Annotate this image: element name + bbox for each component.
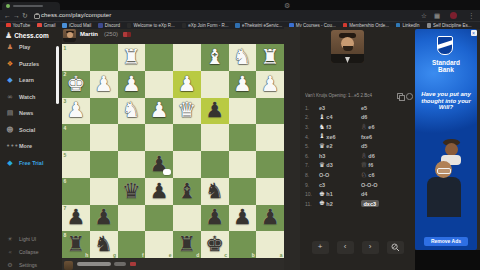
- square-e3[interactable]: ♟: [145, 98, 173, 125]
- move-half[interactable]: ♝e6: [361, 124, 403, 131]
- move-row: 6.h3♝d6: [300, 151, 415, 161]
- diamond-icon: ◆: [6, 159, 14, 167]
- bookmark-favicon: [427, 23, 432, 28]
- black-bishop-move-icon: ♝: [361, 153, 367, 160]
- move-half[interactable]: h3: [319, 153, 361, 159]
- white-bishop-piece[interactable]: ♝: [201, 44, 229, 71]
- magnifier-button[interactable]: [387, 241, 404, 254]
- move-half[interactable]: fxe6: [361, 134, 403, 140]
- puzzle-icon: ❖: [6, 60, 14, 68]
- black-bishop-move-icon: ♝: [361, 124, 367, 131]
- sidebar-item-free-trial[interactable]: ◆ Free Trial: [6, 159, 43, 167]
- move-half[interactable]: d4: [361, 191, 403, 197]
- move-row: 10.♚h1d4: [300, 189, 415, 199]
- player-name: [77, 262, 111, 266]
- square-d6[interactable]: ♝: [173, 178, 201, 205]
- square-h3[interactable]: 3♟: [62, 98, 90, 125]
- back-move-button[interactable]: ‹: [337, 241, 354, 254]
- reload-icon[interactable]: ↻: [22, 10, 28, 21]
- square-h8[interactable]: 8h♜: [62, 231, 90, 258]
- square-b8[interactable]: b: [229, 231, 257, 258]
- square-c1[interactable]: ♝: [201, 44, 229, 71]
- white-pawn-piece[interactable]: ♟: [62, 98, 90, 125]
- black-rook-piece[interactable]: ♜: [173, 231, 201, 258]
- back-icon[interactable]: ←: [4, 10, 11, 21]
- bookmark-item[interactable]: Self Discipline Es...: [427, 23, 472, 28]
- bottom-player-bar: [62, 259, 300, 270]
- opponent-avatar[interactable]: [63, 29, 76, 42]
- binoculars-icon: ∞: [6, 93, 14, 101]
- move-half[interactable]: ♝c4: [319, 114, 361, 121]
- rank-label: 6: [64, 178, 67, 184]
- extensions-icon[interactable]: ▦: [434, 10, 440, 21]
- white-king-piece[interactable]: ♚: [62, 71, 90, 98]
- browser-tab-strip: [0, 0, 480, 10]
- sidebar-footer-settings[interactable]: ⚙ Settings: [6, 261, 37, 268]
- standard-bank-shield-logo: [437, 36, 453, 55]
- sidebar-item-social[interactable]: ☻ Social: [6, 126, 35, 134]
- square-b5[interactable]: [229, 151, 257, 178]
- white-pawn-piece[interactable]: ♟: [118, 71, 146, 98]
- move-row: 7.♛d3♛f6: [300, 161, 415, 171]
- file-label: b: [252, 252, 255, 258]
- white-pawn-piece[interactable]: ♟: [229, 71, 257, 98]
- square-e8[interactable]: e: [145, 231, 173, 258]
- white-bishop-move-icon: ♝: [319, 114, 325, 121]
- file-label: a: [280, 252, 283, 258]
- square-f8[interactable]: f: [118, 231, 146, 258]
- bot-portrait[interactable]: [331, 30, 364, 63]
- white-rook-piece[interactable]: ♜: [256, 44, 284, 71]
- white-rook-piece[interactable]: ♜: [118, 44, 146, 71]
- collapse-icon: «: [6, 248, 14, 255]
- white-king-move-icon: ♚: [319, 191, 325, 198]
- move-half[interactable]: O-O: [319, 172, 361, 178]
- square-h5[interactable]: 5: [62, 151, 90, 178]
- sidebar-ad[interactable]: × Standard Bank Have you put any thought…: [415, 29, 477, 250]
- white-queen-move-icon: ♛: [319, 143, 325, 150]
- square-d2[interactable]: ♟: [173, 71, 201, 98]
- browser-toolbar: ← → ↻ chess.com/play/computer ☆ ▦ ⋮: [0, 10, 480, 21]
- black-pawn-piece[interactable]: ♟: [90, 205, 118, 232]
- black-pawn-piece[interactable]: ♟: [201, 205, 229, 232]
- move-number: 2.: [300, 114, 319, 120]
- square-a1[interactable]: ♜: [256, 44, 284, 71]
- player-avatar[interactable]: [64, 261, 73, 270]
- square-h4[interactable]: 4: [62, 124, 90, 151]
- square-c3[interactable]: ♟: [201, 98, 229, 125]
- white-knight-piece[interactable]: ♞: [118, 98, 146, 125]
- black-queen-piece[interactable]: ♛: [118, 178, 146, 205]
- move-row: 2.♝c4d6: [300, 113, 415, 123]
- square-f6[interactable]: ♛: [118, 178, 146, 205]
- square-c6[interactable]: ♞: [201, 178, 229, 205]
- black-knight-move-icon: ♞: [361, 172, 367, 179]
- board-panel-gap: [284, 27, 300, 270]
- file-label: e: [169, 252, 172, 258]
- move-row: 11.♚h2dxc3: [300, 199, 415, 209]
- move-number: 3.: [300, 124, 319, 130]
- move-row: 5.♛e2d5: [300, 141, 415, 151]
- remove-ads-button[interactable]: Remove Ads: [424, 237, 468, 246]
- sidebar-item-more[interactable]: ••• More: [6, 142, 32, 150]
- dots-icon: •••: [6, 142, 14, 150]
- square-g5[interactable]: [90, 151, 118, 178]
- square-f3[interactable]: ♞: [118, 98, 146, 125]
- square-h1[interactable]: 1: [62, 44, 90, 71]
- ad-brand: Standard Bank: [415, 59, 477, 74]
- move-row: 4.♝xe6fxe6: [300, 132, 415, 142]
- add-button[interactable]: +: [312, 241, 329, 254]
- white-bishop-move-icon: ♝: [319, 133, 325, 140]
- square-d7[interactable]: [173, 205, 201, 232]
- white-pawn-piece[interactable]: ♟: [90, 71, 118, 98]
- move-row: 3.♞f3♝e6: [300, 122, 415, 132]
- move-half[interactable]: dxc3: [361, 200, 403, 207]
- square-d1[interactable]: [173, 44, 201, 71]
- white-knight-piece[interactable]: ♞: [229, 44, 257, 71]
- square-b7[interactable]: ♟: [229, 205, 257, 232]
- flag-icon: [130, 262, 136, 266]
- padlock-icon[interactable]: [34, 14, 40, 19]
- move-half[interactable]: ♚h1: [319, 191, 361, 198]
- tab-title: [13, 5, 43, 7]
- square-c7[interactable]: ♟: [201, 205, 229, 232]
- square-h6[interactable]: 6: [62, 178, 90, 205]
- chesscom-logo[interactable]: ♟ Chess.com: [5, 31, 49, 40]
- square-g8[interactable]: g♞: [90, 231, 118, 258]
- opening-book-icon[interactable]: [397, 93, 403, 99]
- move-number: 10.: [300, 191, 319, 197]
- below-ad-area: [415, 250, 480, 270]
- file-label: f: [142, 252, 144, 258]
- sidebar-item-learn[interactable]: ◆ Learn: [6, 76, 34, 84]
- sidebar-item-watch[interactable]: ∞ Watch: [6, 93, 35, 101]
- move-half[interactable]: O-O-O: [361, 182, 403, 188]
- square-e5[interactable]: ♟: [145, 151, 173, 178]
- move-half[interactable]: ♝d6: [361, 153, 403, 160]
- white-pawn-piece[interactable]: ♟: [256, 71, 284, 98]
- move-controls: + ‹ ›: [300, 237, 415, 257]
- square-c4[interactable]: [201, 124, 229, 151]
- square-g2[interactable]: ♟: [90, 71, 118, 98]
- square-g3[interactable]: [90, 98, 118, 125]
- move-half[interactable]: e5: [361, 105, 403, 111]
- white-knight-move-icon: ♞: [319, 124, 325, 131]
- move-half[interactable]: ♝xe6: [319, 133, 361, 140]
- square-d8[interactable]: d♜: [173, 231, 201, 258]
- square-g6[interactable]: [90, 178, 118, 205]
- move-number: 1.: [300, 105, 319, 111]
- sidebar-item-news[interactable]: ▤ News: [6, 109, 33, 117]
- square-c8[interactable]: c♚: [201, 231, 229, 258]
- move-number: 11.: [300, 201, 319, 207]
- move-number: 8.: [300, 172, 319, 178]
- move-half[interactable]: ♛d3: [319, 162, 361, 169]
- move-half[interactable]: ♞c6: [361, 172, 403, 179]
- browser-tab[interactable]: [2, 2, 60, 10]
- sidebar-footer-light-ui[interactable]: ☀ Light UI: [6, 235, 36, 242]
- tab-favicon: [6, 4, 10, 8]
- black-pawn-piece[interactable]: ♟: [145, 178, 173, 205]
- thinking-bubble-icon: [163, 169, 171, 175]
- black-pawn-piece[interactable]: ♟: [256, 205, 284, 232]
- move-row: 9.c3O-O-O: [300, 180, 415, 190]
- black-queen-move-icon: ♛: [361, 162, 367, 169]
- black-knight-piece[interactable]: ♞: [90, 231, 118, 258]
- ad-photo: IT CAN BE.: [415, 131, 477, 250]
- square-e2[interactable]: [145, 71, 173, 98]
- move-row: 8.O-O♞c6: [300, 170, 415, 180]
- move-list: 1.e3e52.♝c4d63.♞f3♝e64.♝xe6fxe65.♛e2d56.…: [300, 103, 415, 209]
- sidebar: ♟ Chess.com ♟ Play❖ Puzzles◆ Learn∞ Watc…: [0, 27, 62, 270]
- square-g1[interactable]: [90, 44, 118, 71]
- bookmark-star-icon[interactable]: ☆: [421, 10, 427, 21]
- white-queen-piece[interactable]: ♛: [173, 98, 201, 125]
- people-icon: ☻: [6, 126, 14, 134]
- black-pawn-piece[interactable]: ♟: [62, 205, 90, 232]
- board-settings-gear-icon[interactable]: ⚙: [284, 2, 290, 10]
- square-a2[interactable]: ♟: [256, 71, 284, 98]
- move-number: 9.: [300, 182, 319, 188]
- square-b3[interactable]: [229, 98, 257, 125]
- gear-icon: ⚙: [6, 261, 14, 268]
- black-knight-piece[interactable]: ♞: [201, 178, 229, 205]
- square-e6[interactable]: ♟: [145, 178, 173, 205]
- opponent-rating: (250): [104, 31, 118, 37]
- square-a6[interactable]: [256, 178, 284, 205]
- move-half[interactable]: ♚h2: [319, 200, 361, 207]
- ad-close-icon[interactable]: ×: [471, 30, 477, 36]
- newspaper-icon: ▤: [6, 109, 14, 117]
- player-rating: [114, 262, 126, 266]
- opening-info-icon[interactable]: [406, 93, 413, 100]
- white-queen-move-icon: ♛: [319, 162, 325, 169]
- chess-com-play-computer-page: ← → ↻ chess.com/play/computer ☆ ▦ ⋮ YouT…: [0, 0, 480, 270]
- square-f2[interactable]: ♟: [118, 71, 146, 98]
- square-e4[interactable]: [145, 124, 173, 151]
- square-g4[interactable]: [90, 124, 118, 151]
- square-g7[interactable]: ♟: [90, 205, 118, 232]
- opponent-name: Martin: [80, 31, 98, 37]
- square-a4[interactable]: [256, 124, 284, 151]
- square-f1[interactable]: ♜: [118, 44, 146, 71]
- logo-pawn-icon: ♟: [5, 31, 12, 40]
- top-player-bar: Martin (250): [62, 28, 300, 44]
- square-c2[interactable]: [201, 71, 229, 98]
- bulb-icon: ☀: [6, 235, 14, 242]
- move-half[interactable]: d5: [361, 143, 403, 149]
- forward-move-button[interactable]: ›: [362, 241, 379, 254]
- move-half[interactable]: c3: [319, 182, 361, 188]
- ad-headline: Have you put any thought into your Will?: [419, 91, 473, 111]
- move-number: 7.: [300, 162, 319, 168]
- white-king-move-icon: ♚: [319, 200, 325, 207]
- sidebar-footer-collapse[interactable]: « Collapse: [6, 248, 38, 255]
- move-half[interactable]: ♛e2: [319, 143, 361, 150]
- square-b2[interactable]: ♟: [229, 71, 257, 98]
- square-e7[interactable]: [145, 205, 173, 232]
- move-number: 4.: [300, 134, 319, 140]
- rank-label: 4: [64, 125, 67, 131]
- square-f4[interactable]: [118, 124, 146, 151]
- square-f5[interactable]: [118, 151, 146, 178]
- square-b1[interactable]: ♞: [229, 44, 257, 71]
- square-d3[interactable]: ♛: [173, 98, 201, 125]
- square-a7[interactable]: ♟: [256, 205, 284, 232]
- browser-profile-avatar[interactable]: [450, 12, 457, 19]
- grad-cap-icon: ◆: [6, 76, 14, 84]
- square-e1[interactable]: [145, 44, 173, 71]
- square-f7[interactable]: [118, 205, 146, 232]
- move-row: 1.e3e5: [300, 103, 415, 113]
- square-h2[interactable]: 2♚: [62, 71, 90, 98]
- square-a8[interactable]: a: [256, 231, 284, 258]
- black-pawn-piece[interactable]: ♟: [229, 205, 257, 232]
- magnifier-icon: [391, 243, 400, 252]
- black-rook-piece[interactable]: ♜: [62, 231, 90, 258]
- square-d4[interactable]: [173, 124, 201, 151]
- white-pawn-piece[interactable]: ♟: [173, 71, 201, 98]
- rank-label: 5: [64, 152, 67, 158]
- chess-board[interactable]: 1♜♝♞♜2♚♟♟♟♟♟3♟♞♟♛♟45♟6♛♟♝♞7♟♟♟♟♟8h♜g♞fed…: [62, 44, 284, 258]
- black-king-piece[interactable]: ♚: [201, 231, 229, 258]
- move-number: 6.: [300, 153, 319, 159]
- square-a5[interactable]: [256, 151, 284, 178]
- black-pawn-piece[interactable]: ♟: [201, 98, 229, 125]
- moves-panel: Van't Kruijs Opening: 1...e5 2.Bc4 1.e3e…: [300, 27, 415, 270]
- sidebar-scrollbar[interactable]: [56, 46, 59, 104]
- move-half[interactable]: ♛f6: [361, 162, 403, 169]
- forward-icon[interactable]: →: [13, 10, 20, 21]
- pawn-icon: ♟: [6, 43, 14, 51]
- square-b4[interactable]: [229, 124, 257, 151]
- square-c5[interactable]: [201, 151, 229, 178]
- square-a3[interactable]: [256, 98, 284, 125]
- square-h7[interactable]: 7♟: [62, 205, 90, 232]
- square-d5[interactable]: [173, 151, 201, 178]
- address-bar[interactable]: chess.com/play/computer: [41, 10, 111, 21]
- sidebar-item-puzzles[interactable]: ❖ Puzzles: [6, 60, 39, 68]
- black-bishop-piece[interactable]: ♝: [173, 178, 201, 205]
- menu-kebab-icon[interactable]: ⋮: [468, 10, 475, 21]
- white-pawn-piece[interactable]: ♟: [145, 98, 173, 125]
- flag-icon: [123, 32, 131, 37]
- move-half[interactable]: e3: [319, 105, 361, 111]
- rank-label: 1: [64, 45, 67, 51]
- move-half[interactable]: d6: [361, 114, 403, 120]
- move-half[interactable]: ♞f3: [319, 124, 361, 131]
- square-b6[interactable]: [229, 178, 257, 205]
- opening-name[interactable]: Van't Kruijs Opening: 1...e5 2.Bc4: [305, 93, 395, 98]
- move-number: 5.: [300, 143, 319, 149]
- sidebar-item-play[interactable]: ♟ Play: [6, 43, 30, 51]
